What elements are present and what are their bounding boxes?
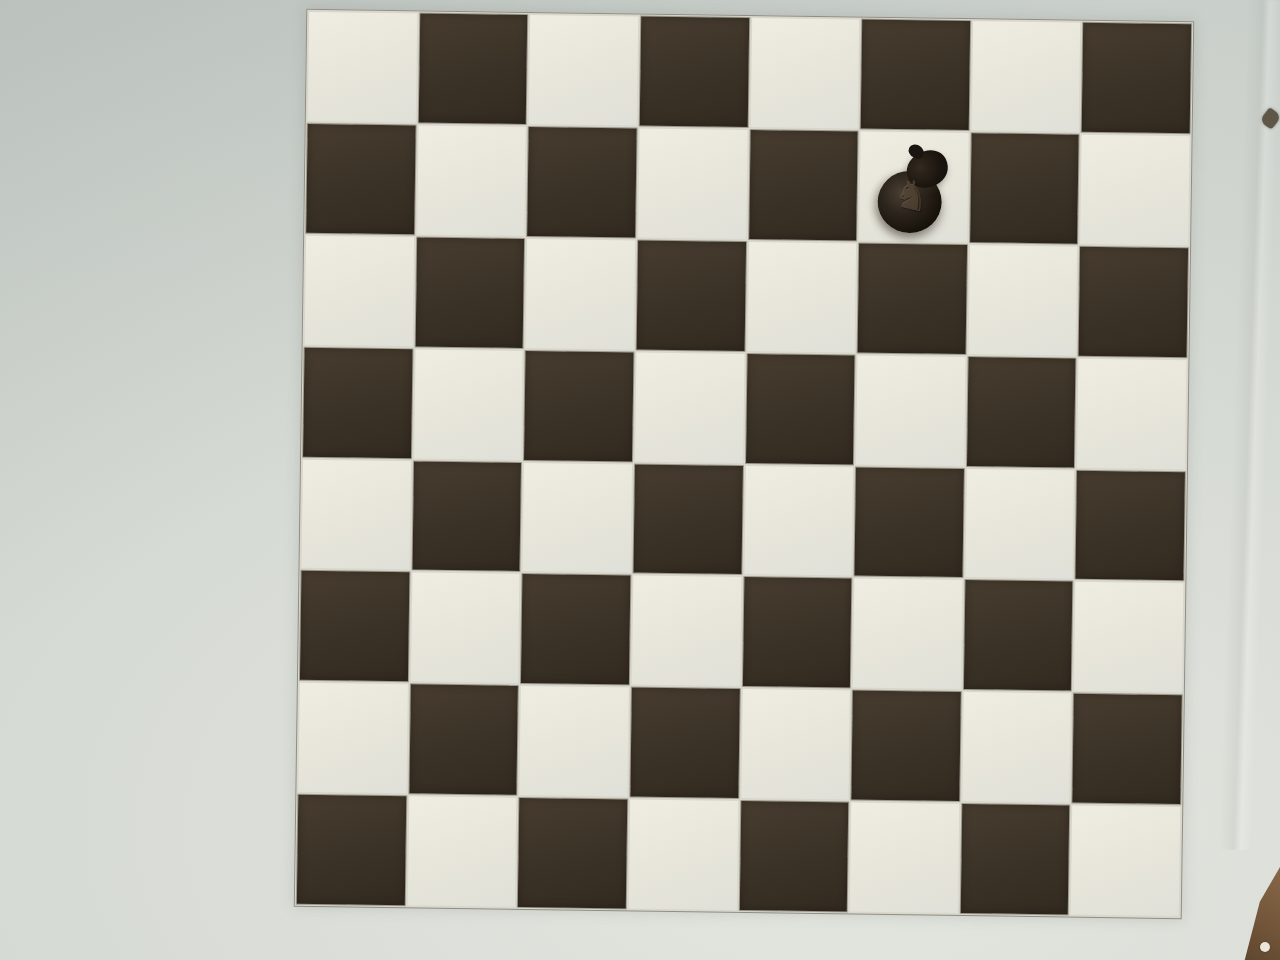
square-d6[interactable] xyxy=(636,240,745,350)
square-g4[interactable] xyxy=(965,469,1074,579)
square-h6[interactable] xyxy=(1079,246,1188,356)
photo-scene: ♞ xyxy=(0,0,1280,960)
square-b6[interactable] xyxy=(415,237,524,347)
square-f8[interactable] xyxy=(861,20,970,130)
square-f5[interactable] xyxy=(856,355,965,465)
square-c3[interactable] xyxy=(521,574,630,684)
square-a5[interactable] xyxy=(303,347,412,457)
square-c5[interactable] xyxy=(524,351,633,461)
square-d7[interactable] xyxy=(638,128,747,238)
square-a7[interactable] xyxy=(306,124,415,234)
square-e6[interactable] xyxy=(747,242,856,352)
square-g3[interactable] xyxy=(964,580,1073,690)
square-g5[interactable] xyxy=(967,357,1076,467)
square-g2[interactable] xyxy=(962,692,1071,802)
square-h2[interactable] xyxy=(1073,694,1182,804)
table-corner xyxy=(1238,852,1280,960)
square-f7[interactable]: ♞ xyxy=(859,131,968,241)
square-h1[interactable] xyxy=(1071,806,1180,916)
square-h5[interactable] xyxy=(1077,358,1186,468)
square-d8[interactable] xyxy=(640,17,749,127)
square-c1[interactable] xyxy=(518,798,627,908)
square-g8[interactable] xyxy=(971,21,1080,131)
square-e4[interactable] xyxy=(744,466,853,576)
square-c4[interactable] xyxy=(523,462,632,572)
square-f2[interactable] xyxy=(851,691,960,801)
square-g7[interactable] xyxy=(970,133,1079,243)
square-c7[interactable] xyxy=(527,127,636,237)
square-a6[interactable] xyxy=(305,236,414,346)
square-b1[interactable] xyxy=(407,796,516,906)
square-b3[interactable] xyxy=(411,573,520,683)
square-c6[interactable] xyxy=(526,239,635,349)
square-f4[interactable] xyxy=(855,467,964,577)
square-d2[interactable] xyxy=(630,688,739,798)
square-e8[interactable] xyxy=(750,18,859,128)
square-e2[interactable] xyxy=(741,689,850,799)
square-e1[interactable] xyxy=(739,801,848,911)
square-e5[interactable] xyxy=(746,354,855,464)
square-h8[interactable] xyxy=(1082,23,1191,133)
square-f3[interactable] xyxy=(853,579,962,689)
square-a2[interactable] xyxy=(298,683,407,793)
square-g1[interactable] xyxy=(961,804,1070,914)
square-d1[interactable] xyxy=(629,800,738,910)
square-d5[interactable] xyxy=(635,352,744,462)
black-knight[interactable]: ♞ xyxy=(877,145,950,234)
square-b5[interactable] xyxy=(414,349,523,459)
square-f6[interactable] xyxy=(858,243,967,353)
square-e3[interactable] xyxy=(742,577,851,687)
square-a4[interactable] xyxy=(302,459,411,569)
square-b2[interactable] xyxy=(409,685,518,795)
square-b8[interactable] xyxy=(418,13,527,123)
table-corner-dot xyxy=(1260,942,1270,952)
square-a1[interactable] xyxy=(297,795,406,905)
square-f1[interactable] xyxy=(850,803,959,913)
square-h7[interactable] xyxy=(1080,135,1189,245)
square-d4[interactable] xyxy=(633,464,742,574)
square-c2[interactable] xyxy=(520,686,629,796)
square-e7[interactable] xyxy=(749,130,858,240)
square-a3[interactable] xyxy=(300,571,409,681)
square-b7[interactable] xyxy=(417,125,526,235)
square-a8[interactable] xyxy=(308,12,417,122)
square-g6[interactable] xyxy=(968,245,1077,355)
square-h4[interactable] xyxy=(1076,470,1185,580)
square-c8[interactable] xyxy=(529,15,638,125)
square-d3[interactable] xyxy=(632,576,741,686)
square-b4[interactable] xyxy=(412,461,521,571)
chessboard: ♞ xyxy=(294,9,1194,919)
square-h3[interactable] xyxy=(1074,582,1183,692)
